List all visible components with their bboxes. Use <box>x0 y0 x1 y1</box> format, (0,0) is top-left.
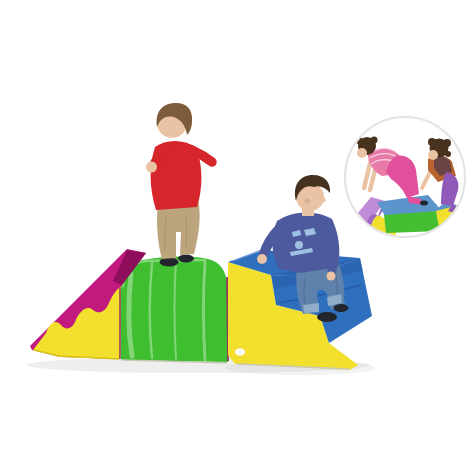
boy-red-right-shoe <box>178 255 194 263</box>
boy-blue-shirt-print-dot <box>295 241 303 249</box>
boy-blue-left-hand <box>257 254 267 264</box>
boy-blue-right-shoe <box>334 304 349 312</box>
boy-blue-ear <box>305 199 310 204</box>
girl-purple-hair-curl <box>428 138 436 146</box>
girl-purple-face <box>428 150 438 160</box>
boy-red-left-hand <box>146 162 157 173</box>
boy-blue-right-hand <box>327 272 336 281</box>
girl-purple-hand <box>420 186 424 190</box>
girl-pink-shoe <box>420 201 428 206</box>
boy-red-trouser-crease <box>186 214 187 248</box>
step-vent-dot <box>235 348 245 356</box>
arch-sheen-streak <box>204 262 206 360</box>
boy-blue-left-shoe <box>317 312 337 322</box>
boy-blue-right-arm <box>331 238 334 270</box>
softplay-arch-module <box>121 257 228 364</box>
arch-right-seam <box>227 277 228 361</box>
girl-pink-face <box>357 148 367 158</box>
girl-purple-hair-curl <box>443 139 451 147</box>
girl-pink-hair-curl <box>371 137 378 144</box>
inset-thumbnail <box>344 117 465 237</box>
product-photo-canvas <box>0 0 470 470</box>
girl-purple-hair-curl <box>445 151 451 157</box>
product-photo <box>0 0 470 470</box>
